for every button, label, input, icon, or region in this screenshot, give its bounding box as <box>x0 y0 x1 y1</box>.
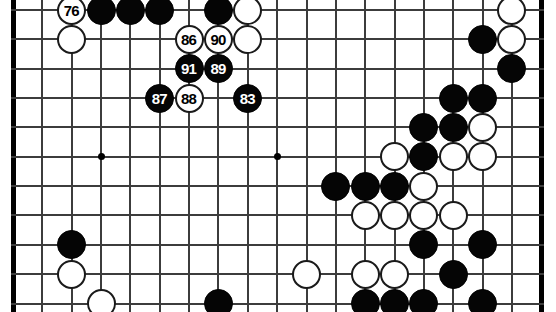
stone-black <box>57 230 86 259</box>
stone-black <box>204 0 233 25</box>
stone-black <box>321 172 350 201</box>
stone-white <box>439 201 468 230</box>
stone-black <box>497 54 526 83</box>
move-number: 86 <box>181 32 196 47</box>
move-number: 89 <box>210 61 225 76</box>
stone-black <box>468 25 497 54</box>
stone-black <box>468 289 497 312</box>
stone-black <box>409 113 438 142</box>
stone-white <box>57 25 86 54</box>
move-number: 83 <box>240 91 255 106</box>
stone-black <box>351 289 380 312</box>
grid-line-horizontal <box>11 185 544 187</box>
stone-white <box>351 260 380 289</box>
stone-white <box>409 201 438 230</box>
stone-white <box>380 142 409 171</box>
stone-white <box>439 142 468 171</box>
stone-black: 87 <box>145 84 174 113</box>
stone-white <box>497 0 526 25</box>
stone-black: 91 <box>175 54 204 83</box>
star-point <box>274 153 281 160</box>
stone-white: 86 <box>175 25 204 54</box>
grid-line-horizontal <box>11 68 544 70</box>
stone-white <box>292 260 321 289</box>
stone-white <box>468 113 497 142</box>
stone-black <box>87 0 116 25</box>
stone-white <box>233 0 262 25</box>
stone-black: 83 <box>233 84 262 113</box>
stone-black <box>145 0 174 25</box>
stone-white: 90 <box>204 25 233 54</box>
move-number: 87 <box>152 91 167 106</box>
grid-line-horizontal <box>11 38 544 40</box>
stone-black <box>468 230 497 259</box>
stone-white <box>468 142 497 171</box>
star-point <box>98 153 105 160</box>
stone-white <box>87 289 116 312</box>
stone-black <box>380 289 409 312</box>
stone-white: 76 <box>57 0 86 25</box>
stone-white <box>57 260 86 289</box>
move-number: 91 <box>181 61 196 76</box>
move-number: 76 <box>64 3 79 18</box>
go-board: 7686909189878883 <box>0 0 556 312</box>
stone-black <box>409 230 438 259</box>
stone-black <box>351 172 380 201</box>
stone-black <box>409 289 438 312</box>
stone-black <box>409 142 438 171</box>
stone-black <box>468 84 497 113</box>
stone-black <box>380 172 409 201</box>
stone-white <box>380 201 409 230</box>
stone-white <box>380 260 409 289</box>
stone-white: 88 <box>175 84 204 113</box>
stone-white <box>409 172 438 201</box>
stone-black <box>204 289 233 312</box>
move-number: 88 <box>181 91 196 106</box>
stone-black <box>439 84 468 113</box>
go-diagram: 7686909189878883 <box>0 0 556 312</box>
move-number: 90 <box>210 32 225 47</box>
stone-black <box>439 260 468 289</box>
stone-black <box>116 0 145 25</box>
grid-line-horizontal <box>11 244 544 246</box>
stone-white <box>497 25 526 54</box>
stone-black: 89 <box>204 54 233 83</box>
stone-white <box>233 25 262 54</box>
stone-white <box>351 201 380 230</box>
stone-black <box>439 113 468 142</box>
